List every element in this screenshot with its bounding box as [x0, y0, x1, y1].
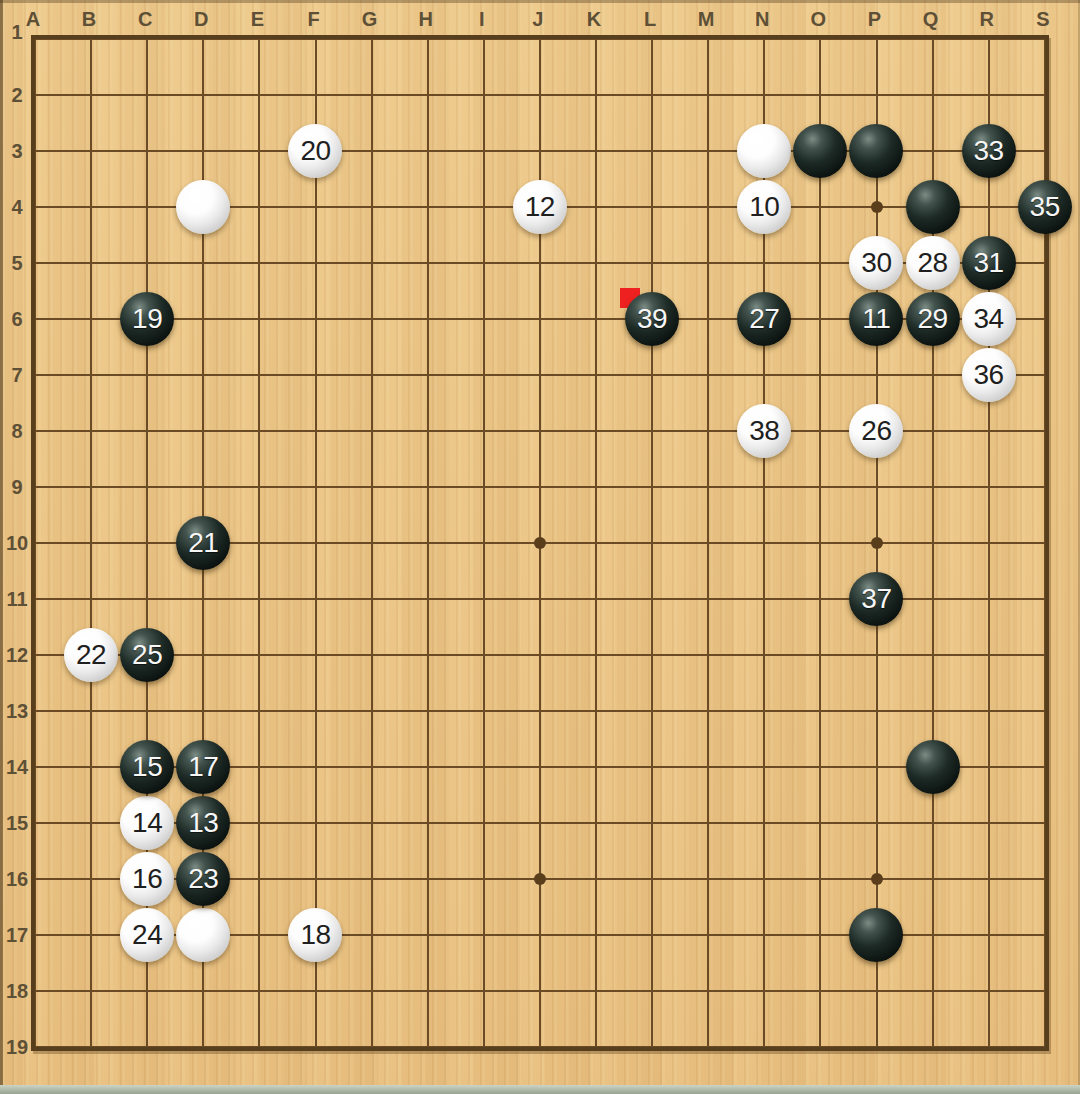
intersection-R5: 31	[961, 235, 1017, 291]
intersection-R7: 36	[961, 347, 1017, 403]
stone-white-C15: 14	[120, 796, 174, 850]
move-number: 12	[525, 193, 555, 221]
stone-black-P11: 37	[849, 572, 903, 626]
intersection-Q4	[905, 179, 961, 235]
stone-black-Q14	[906, 740, 960, 794]
stone-black-P17	[849, 908, 903, 962]
move-number: 29	[917, 305, 947, 333]
move-number: 38	[749, 417, 779, 445]
move-number: 20	[300, 137, 330, 165]
stone-black-O3	[793, 124, 847, 178]
intersection-C15: 14	[119, 795, 175, 851]
intersection-R3: 33	[961, 123, 1017, 179]
stone-black-P6: 11	[849, 292, 903, 346]
board-edge-left	[0, 0, 3, 1094]
move-number: 31	[974, 249, 1004, 277]
intersection-P8: 26	[848, 403, 904, 459]
intersection-C6: 19	[119, 291, 175, 347]
stones-layer: 1011121314151617181920212223242526272829…	[7, 11, 1073, 1075]
move-number: 36	[974, 361, 1004, 389]
move-number: 26	[861, 417, 891, 445]
stone-black-L6: 39	[625, 292, 679, 346]
intersection-C12: 25	[119, 627, 175, 683]
stone-black-D14: 17	[176, 740, 230, 794]
move-number: 37	[861, 585, 891, 613]
stone-black-D16: 23	[176, 852, 230, 906]
move-number: 10	[749, 193, 779, 221]
stone-white-N4: 10	[737, 180, 791, 234]
stone-white-N3	[737, 124, 791, 178]
intersection-D15: 13	[175, 795, 231, 851]
stone-black-R5: 31	[962, 236, 1016, 290]
move-number: 18	[300, 921, 330, 949]
stone-black-C14: 15	[120, 740, 174, 794]
stone-black-S4: 35	[1018, 180, 1072, 234]
move-number: 17	[188, 753, 218, 781]
intersection-P11: 37	[848, 571, 904, 627]
move-number: 24	[132, 921, 162, 949]
stone-black-P3	[849, 124, 903, 178]
move-number: 27	[749, 305, 779, 333]
move-number: 22	[76, 641, 106, 669]
intersection-C14: 15	[119, 739, 175, 795]
move-number: 28	[917, 249, 947, 277]
intersection-F17: 18	[287, 907, 343, 963]
intersection-P5: 30	[848, 235, 904, 291]
stone-white-J4: 12	[513, 180, 567, 234]
move-number: 14	[132, 809, 162, 837]
intersection-C17: 24	[119, 907, 175, 963]
intersection-D16: 23	[175, 851, 231, 907]
stone-black-Q4	[906, 180, 960, 234]
stone-white-F17: 18	[288, 908, 342, 962]
move-number: 25	[132, 641, 162, 669]
intersection-Q5: 28	[905, 235, 961, 291]
stone-white-R7: 36	[962, 348, 1016, 402]
move-number: 11	[862, 305, 890, 333]
intersection-P6: 11	[848, 291, 904, 347]
intersection-Q6: 29	[905, 291, 961, 347]
intersection-N8: 38	[736, 403, 792, 459]
stone-white-C16: 16	[120, 852, 174, 906]
stone-black-Q6: 29	[906, 292, 960, 346]
intersection-D10: 21	[175, 515, 231, 571]
stone-black-D15: 13	[176, 796, 230, 850]
stone-black-R3: 33	[962, 124, 1016, 178]
intersection-B12: 22	[63, 627, 119, 683]
stone-black-N6: 27	[737, 292, 791, 346]
stone-white-C17: 24	[120, 908, 174, 962]
move-number: 13	[188, 809, 218, 837]
stone-white-F3: 20	[288, 124, 342, 178]
stone-white-B12: 22	[64, 628, 118, 682]
board-edge-top	[0, 0, 1080, 3]
move-number: 16	[132, 865, 162, 893]
intersection-Q14	[905, 739, 961, 795]
stone-black-C6: 19	[120, 292, 174, 346]
intersection-P17	[848, 907, 904, 963]
move-number: 35	[1030, 193, 1060, 221]
intersection-N3	[736, 123, 792, 179]
intersection-L6: 39	[624, 291, 680, 347]
move-number: 34	[974, 305, 1004, 333]
go-board[interactable]: ABCDEFGHIJKLMNOPQRS 12345678910111213141…	[0, 0, 1080, 1094]
stone-white-D17	[176, 908, 230, 962]
move-number: 19	[132, 305, 162, 333]
stone-black-C12: 25	[120, 628, 174, 682]
intersection-P3	[848, 123, 904, 179]
move-number: 30	[861, 249, 891, 277]
board-bottom-edge	[0, 1085, 1080, 1094]
move-number: 23	[188, 865, 218, 893]
intersection-D4	[175, 179, 231, 235]
move-number: 33	[974, 137, 1004, 165]
intersection-F3: 20	[287, 123, 343, 179]
stone-white-R6: 34	[962, 292, 1016, 346]
intersection-D14: 17	[175, 739, 231, 795]
stone-white-D4	[176, 180, 230, 234]
stone-white-Q5: 28	[906, 236, 960, 290]
stone-black-D10: 21	[176, 516, 230, 570]
intersection-R6: 34	[961, 291, 1017, 347]
stone-white-P5: 30	[849, 236, 903, 290]
stone-white-N8: 38	[737, 404, 791, 458]
stone-white-P8: 26	[849, 404, 903, 458]
move-number: 39	[637, 305, 667, 333]
move-number: 15	[132, 753, 162, 781]
move-number: 21	[188, 529, 218, 557]
intersection-S4: 35	[1017, 179, 1073, 235]
intersection-C16: 16	[119, 851, 175, 907]
intersection-D17	[175, 907, 231, 963]
intersection-J4: 12	[512, 179, 568, 235]
intersection-O3	[792, 123, 848, 179]
intersection-N4: 10	[736, 179, 792, 235]
intersection-N6: 27	[736, 291, 792, 347]
